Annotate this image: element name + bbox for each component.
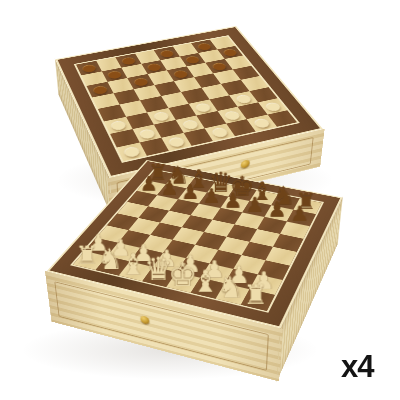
- light-checker: ●: [235, 97, 252, 101]
- dark-checker: ●: [184, 58, 200, 61]
- checkers-square: [240, 76, 268, 91]
- light-rook: ♜: [242, 281, 269, 309]
- dark-checker: ●: [106, 73, 123, 76]
- dark-checker: ●: [91, 88, 108, 91]
- dark-checker: ●: [146, 65, 162, 68]
- dark-checker: ●: [196, 45, 212, 48]
- dark-pawn: ♟: [288, 204, 312, 226]
- chess-box: ♜♞♝♛♚♝♞♜♟♟♟♟♟♟♟♟♟♟♟♟♟♟♟♟♜♞♝♛♚♝♞♜: [47, 160, 343, 328]
- light-king: ♚: [168, 259, 194, 292]
- light-knight: ♞: [97, 246, 123, 275]
- light-checker: ●: [264, 104, 281, 108]
- checkers-square: ●: [189, 99, 218, 115]
- light-knight: ♞: [217, 273, 244, 303]
- dark-checker: ●: [172, 72, 188, 75]
- dark-pawn: ♟: [243, 195, 266, 216]
- light-bishop: ♝: [120, 251, 146, 280]
- light-bishop: ♝: [192, 267, 219, 297]
- light-checker: ●: [223, 113, 240, 117]
- dark-checker: ●: [222, 51, 238, 54]
- product-photo: ●●●●●●●●●●●●●●●●●●●●●●●● ♜♞♝♛♚♝♞♜♟♟♟♟♟♟♟…: [0, 0, 400, 400]
- dark-pawn: ♟: [221, 191, 244, 212]
- checkers-square: ●: [258, 98, 287, 114]
- dark-checker: ●: [158, 52, 174, 55]
- dark-pawn: ♟: [200, 186, 223, 207]
- dark-pawn: ♟: [158, 178, 180, 199]
- quantity-label: x4: [341, 349, 373, 385]
- light-rook: ♜: [74, 242, 99, 268]
- dark-checker: ●: [80, 66, 97, 69]
- dark-checker: ●: [132, 80, 149, 83]
- dark-checker: ●: [211, 64, 227, 67]
- light-checker: ●: [194, 105, 211, 109]
- chess-set: ♜♞♝♛♚♝♞♜♟♟♟♟♟♟♟♟♟♟♟♟♟♟♟♟♜♞♝♛♚♝♞♜: [90, 118, 318, 346]
- dark-checker: ●: [120, 59, 136, 62]
- light-queen: ♛: [144, 253, 170, 286]
